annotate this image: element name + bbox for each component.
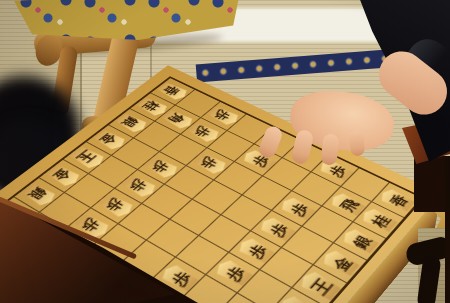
board-cell — [214, 294, 270, 303]
komadai-stand — [402, 104, 450, 303]
piece-kanji: 歩 — [222, 264, 247, 283]
piece-kanji: 飛 — [337, 196, 360, 212]
piece-kanji: 歩 — [198, 155, 220, 170]
piece-kanji: 歩 — [249, 153, 271, 168]
piece-kanji: 歩 — [287, 201, 310, 218]
piece-silver-sente[interactable]: 銀 — [337, 224, 382, 257]
piece-kanji: 歩 — [149, 159, 172, 174]
piece-kanji: 歩 — [325, 163, 347, 178]
board-cell — [281, 227, 333, 265]
piece-kanji: 銀 — [119, 115, 141, 129]
piece-kanji: 歩 — [168, 269, 193, 288]
piece-kanji: 歩 — [192, 125, 214, 139]
piece-gold-sente[interactable]: 金 — [274, 291, 323, 303]
board-cell: 歩 — [206, 253, 260, 294]
piece-kanji: 金 — [51, 167, 74, 182]
piece-kanji: 桂 — [369, 212, 392, 229]
piece-kanji: 歩 — [103, 197, 127, 213]
piece-kanji: 歩 — [212, 108, 233, 121]
piece-kanji: 銀 — [26, 186, 50, 202]
piece-kanji: 香 — [161, 84, 182, 97]
board-cell — [176, 236, 229, 275]
piece-kanji: 角 — [166, 112, 187, 126]
piece-kanji: 桂 — [141, 100, 162, 113]
piece-kanji: 玉 — [74, 149, 98, 165]
photo-shogi-match: { "game": "shogi", "scene_description": … — [0, 0, 450, 303]
piece-pawn-sente[interactable]: 歩 — [209, 255, 256, 290]
board-cell — [237, 270, 292, 303]
komadai-edge — [445, 156, 450, 303]
piece-kanji: 歩 — [127, 178, 150, 194]
piece-kanji: 金 — [97, 132, 119, 146]
piece-kanji: 歩 — [266, 221, 290, 238]
piece-pawn-sente[interactable]: 歩 — [254, 213, 299, 245]
